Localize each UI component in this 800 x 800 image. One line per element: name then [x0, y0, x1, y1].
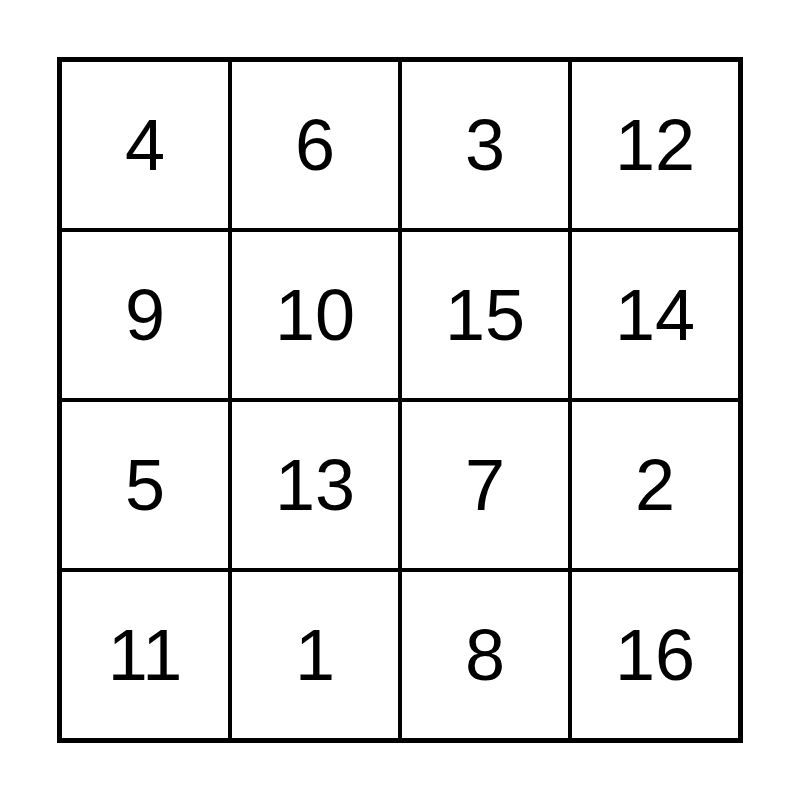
- grid-cell-r1c3[interactable]: 14: [572, 232, 738, 398]
- grid-cell-r0c2[interactable]: 3: [402, 62, 568, 228]
- grid-cell-r2c1[interactable]: 13: [232, 402, 398, 568]
- grid-cell-r3c3[interactable]: 16: [572, 572, 738, 738]
- grid-cell-r3c2[interactable]: 8: [402, 572, 568, 738]
- grid-cell-r2c3[interactable]: 2: [572, 402, 738, 568]
- grid-cell-r0c1[interactable]: 6: [232, 62, 398, 228]
- grid-cell-r1c0[interactable]: 9: [62, 232, 228, 398]
- grid-cell-r0c3[interactable]: 12: [572, 62, 738, 228]
- grid-cell-r3c1[interactable]: 1: [232, 572, 398, 738]
- grid-cell-r0c0[interactable]: 4: [62, 62, 228, 228]
- grid-cell-r1c1[interactable]: 10: [232, 232, 398, 398]
- grid-cell-r1c2[interactable]: 15: [402, 232, 568, 398]
- grid-cell-r2c0[interactable]: 5: [62, 402, 228, 568]
- grid-cell-r2c2[interactable]: 7: [402, 402, 568, 568]
- grid-cell-r3c0[interactable]: 11: [62, 572, 228, 738]
- puzzle-board: 4 6 3 12 9 10 15 14 5 13 7 2 11 1 8 16: [57, 57, 743, 743]
